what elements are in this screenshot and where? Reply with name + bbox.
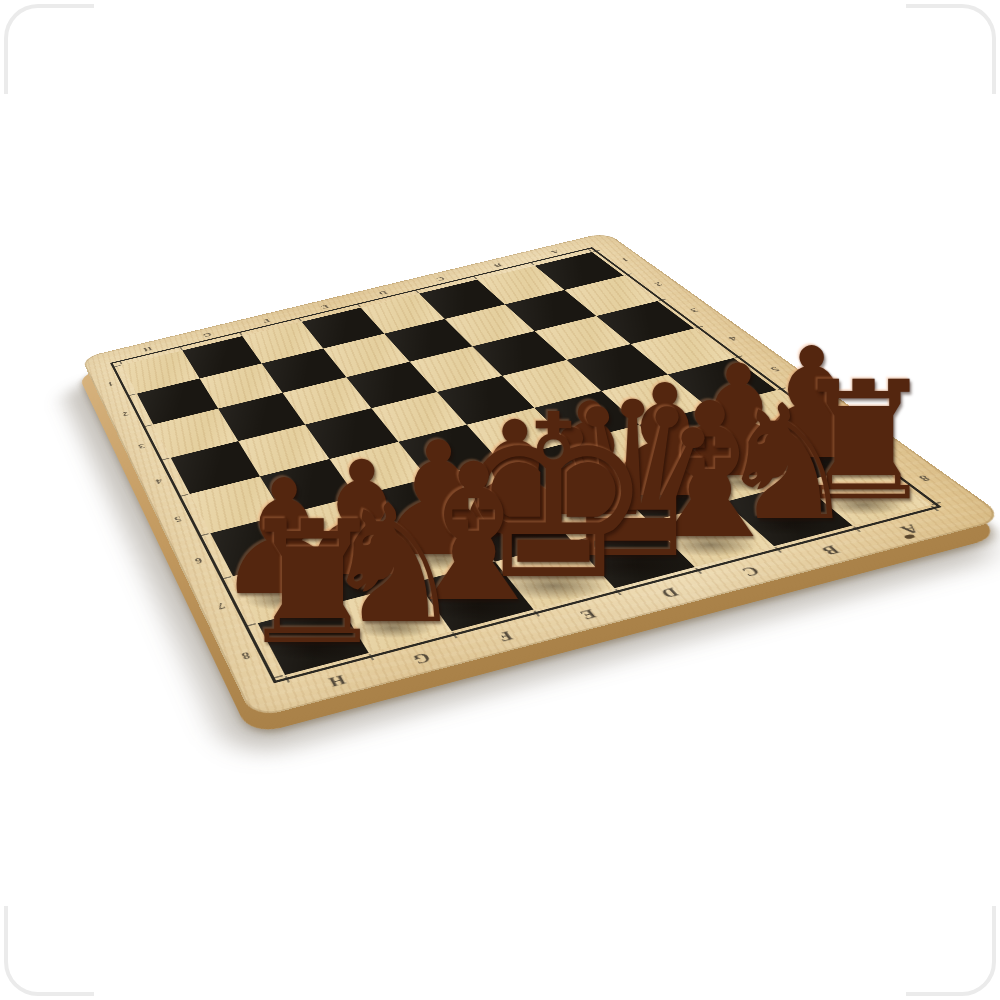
product-photo-stage: HHGGFFEEDDCCBBAA1122334455667788 ♜♞♝♛♚♝♞… [0,0,1000,1000]
photo-frame-corner [906,906,996,996]
photo-frame-corner [4,906,94,996]
photo-frame-corner [906,4,996,94]
piece-black-rook-h8[interactable]: ♜ [236,499,388,668]
photo-frame-corner [4,4,94,94]
